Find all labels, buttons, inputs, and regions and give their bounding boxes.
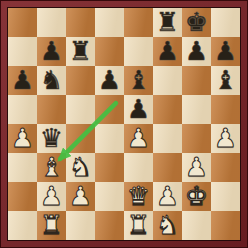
black-bishop-e6[interactable]: ♝	[124, 66, 153, 95]
white-pawn-a4[interactable]: ♟	[8, 124, 37, 153]
square-g8[interactable]: ♚	[182, 8, 211, 37]
square-d4[interactable]	[95, 124, 124, 153]
square-e5[interactable]: ♟	[124, 95, 153, 124]
white-pawn-b2[interactable]: ♟	[37, 182, 66, 211]
white-king-g2[interactable]: ♚	[182, 182, 211, 211]
square-c7[interactable]: ♜	[66, 37, 95, 66]
white-pawn-h4[interactable]: ♟	[211, 124, 240, 153]
white-rook-e1[interactable]: ♜	[124, 211, 153, 240]
square-e3[interactable]	[124, 153, 153, 182]
square-g5[interactable]	[182, 95, 211, 124]
square-f2[interactable]: ♟	[153, 182, 182, 211]
square-d3[interactable]	[95, 153, 124, 182]
square-a1[interactable]	[8, 211, 37, 240]
black-pawn-h7[interactable]: ♟	[211, 37, 240, 66]
white-queen-e2[interactable]: ♛	[124, 182, 153, 211]
square-e1[interactable]: ♜	[124, 211, 153, 240]
black-pawn-b7[interactable]: ♟	[37, 37, 66, 66]
square-f3[interactable]	[153, 153, 182, 182]
square-g1[interactable]	[182, 211, 211, 240]
square-h7[interactable]: ♟	[211, 37, 240, 66]
white-knight-c3[interactable]: ♞	[66, 153, 95, 182]
square-f1[interactable]: ♞	[153, 211, 182, 240]
white-pawn-g3[interactable]: ♟	[182, 153, 211, 182]
square-e4[interactable]: ♟	[124, 124, 153, 153]
square-e7[interactable]	[124, 37, 153, 66]
square-b4[interactable]: ♛	[37, 124, 66, 153]
square-e2[interactable]: ♛	[124, 182, 153, 211]
white-pawn-c2[interactable]: ♟	[66, 182, 95, 211]
square-h5[interactable]	[211, 95, 240, 124]
square-d8[interactable]	[95, 8, 124, 37]
black-bishop-h6[interactable]: ♝	[211, 66, 240, 95]
square-h3[interactable]	[211, 153, 240, 182]
square-f5[interactable]	[153, 95, 182, 124]
square-a7[interactable]	[8, 37, 37, 66]
square-g2[interactable]: ♚	[182, 182, 211, 211]
square-h4[interactable]: ♟	[211, 124, 240, 153]
square-c5[interactable]	[66, 95, 95, 124]
black-pawn-d6[interactable]: ♟	[95, 66, 124, 95]
black-king-g8[interactable]: ♚	[182, 8, 211, 37]
white-bishop-b3[interactable]: ♝	[37, 153, 66, 182]
chess-board: ♜♚♟♜♟♟♟♟♞♟♝♝♟♟♛♟♟♝♞♟♟♟♛♟♚♜♜♞	[8, 8, 240, 240]
white-rook-b1[interactable]: ♜	[37, 211, 66, 240]
square-f4[interactable]	[153, 124, 182, 153]
square-g3[interactable]: ♟	[182, 153, 211, 182]
square-b5[interactable]	[37, 95, 66, 124]
square-b3[interactable]: ♝	[37, 153, 66, 182]
square-d7[interactable]	[95, 37, 124, 66]
black-pawn-f7[interactable]: ♟	[153, 37, 182, 66]
square-g7[interactable]: ♟	[182, 37, 211, 66]
square-g4[interactable]	[182, 124, 211, 153]
square-f7[interactable]: ♟	[153, 37, 182, 66]
square-b7[interactable]: ♟	[37, 37, 66, 66]
white-pawn-f2[interactable]: ♟	[153, 182, 182, 211]
black-pawn-e5[interactable]: ♟	[124, 95, 153, 124]
square-d2[interactable]	[95, 182, 124, 211]
square-a4[interactable]: ♟	[8, 124, 37, 153]
square-f8[interactable]: ♜	[153, 8, 182, 37]
square-a6[interactable]: ♟	[8, 66, 37, 95]
square-c1[interactable]	[66, 211, 95, 240]
square-c4[interactable]	[66, 124, 95, 153]
square-d1[interactable]	[95, 211, 124, 240]
square-d5[interactable]	[95, 95, 124, 124]
square-e8[interactable]	[124, 8, 153, 37]
black-knight-b6[interactable]: ♞	[37, 66, 66, 95]
square-c6[interactable]	[66, 66, 95, 95]
square-a5[interactable]	[8, 95, 37, 124]
square-h1[interactable]	[211, 211, 240, 240]
square-a3[interactable]	[8, 153, 37, 182]
black-rook-f8[interactable]: ♜	[153, 8, 182, 37]
square-h6[interactable]: ♝	[211, 66, 240, 95]
white-pawn-e4[interactable]: ♟	[124, 124, 153, 153]
square-d6[interactable]: ♟	[95, 66, 124, 95]
square-h8[interactable]	[211, 8, 240, 37]
square-c3[interactable]: ♞	[66, 153, 95, 182]
white-knight-f1[interactable]: ♞	[153, 211, 182, 240]
square-c2[interactable]: ♟	[66, 182, 95, 211]
black-rook-c7[interactable]: ♜	[66, 37, 95, 66]
black-pawn-a6[interactable]: ♟	[8, 66, 37, 95]
black-queen-b4[interactable]: ♛	[37, 124, 66, 153]
chess-board-frame: ♜♚♟♜♟♟♟♟♞♟♝♝♟♟♛♟♟♝♞♟♟♟♛♟♚♜♜♞	[0, 0, 248, 248]
square-g6[interactable]	[182, 66, 211, 95]
square-b1[interactable]: ♜	[37, 211, 66, 240]
square-f6[interactable]	[153, 66, 182, 95]
square-b2[interactable]: ♟	[37, 182, 66, 211]
square-h2[interactable]	[211, 182, 240, 211]
square-b8[interactable]	[37, 8, 66, 37]
square-a2[interactable]	[8, 182, 37, 211]
square-e6[interactable]: ♝	[124, 66, 153, 95]
square-c8[interactable]	[66, 8, 95, 37]
square-a8[interactable]	[8, 8, 37, 37]
square-b6[interactable]: ♞	[37, 66, 66, 95]
black-pawn-g7[interactable]: ♟	[182, 37, 211, 66]
